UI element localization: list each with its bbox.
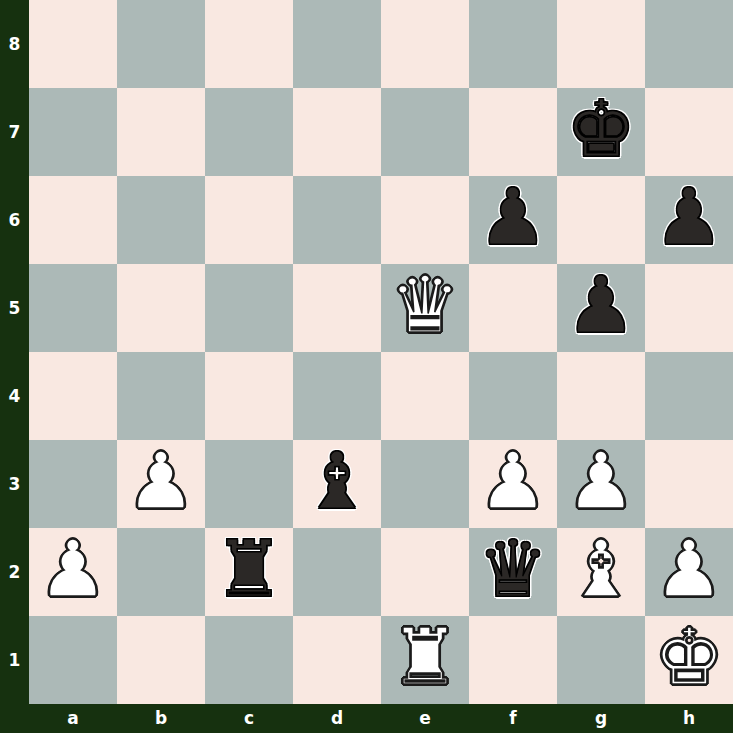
rank-label-2: 2 [0,528,29,616]
square-h5[interactable] [645,264,733,352]
white-pawn[interactable]: ♟ [126,442,196,520]
square-g3[interactable]: ♟ [557,440,645,528]
square-f6[interactable]: ♟ [469,176,557,264]
square-d5[interactable] [293,264,381,352]
black-pawn[interactable]: ♟ [478,178,548,256]
square-f7[interactable] [469,88,557,176]
square-e8[interactable] [381,0,469,88]
square-c1[interactable] [205,616,293,704]
square-e1[interactable]: ♜ [381,616,469,704]
white-pawn[interactable]: ♟ [478,442,548,520]
file-label-c: c [205,704,293,733]
square-b2[interactable] [117,528,205,616]
file-label-e: e [381,704,469,733]
square-a6[interactable] [29,176,117,264]
square-c2[interactable]: ♜ [205,528,293,616]
square-c6[interactable] [205,176,293,264]
square-h6[interactable]: ♟ [645,176,733,264]
square-f1[interactable] [469,616,557,704]
square-e2[interactable] [381,528,469,616]
square-c3[interactable] [205,440,293,528]
square-e4[interactable] [381,352,469,440]
square-a3[interactable] [29,440,117,528]
square-a5[interactable] [29,264,117,352]
square-a4[interactable] [29,352,117,440]
square-e3[interactable] [381,440,469,528]
square-f8[interactable] [469,0,557,88]
chessboard-frame: 87654321 ♚♟♟♛♟♟♝♟♟♟♜♛♝♟♜♚ abcdefgh [0,0,733,733]
black-queen[interactable]: ♛ [478,530,548,608]
square-c4[interactable] [205,352,293,440]
square-c7[interactable] [205,88,293,176]
square-f2[interactable]: ♛ [469,528,557,616]
square-g4[interactable] [557,352,645,440]
square-a2[interactable]: ♟ [29,528,117,616]
square-b1[interactable] [117,616,205,704]
square-b5[interactable] [117,264,205,352]
square-b8[interactable] [117,0,205,88]
rank-label-7: 7 [0,88,29,176]
square-h2[interactable]: ♟ [645,528,733,616]
square-g2[interactable]: ♝ [557,528,645,616]
square-c8[interactable] [205,0,293,88]
rank-label-8: 8 [0,0,29,88]
square-g8[interactable] [557,0,645,88]
square-f3[interactable]: ♟ [469,440,557,528]
black-rook[interactable]: ♜ [214,530,284,608]
rank-label-4: 4 [0,352,29,440]
square-d8[interactable] [293,0,381,88]
file-label-b: b [117,704,205,733]
rank-label-3: 3 [0,440,29,528]
square-g5[interactable]: ♟ [557,264,645,352]
square-g6[interactable] [557,176,645,264]
black-pawn[interactable]: ♟ [566,266,636,344]
square-a7[interactable] [29,88,117,176]
rank-label-1: 1 [0,616,29,704]
square-h4[interactable] [645,352,733,440]
file-label-d: d [293,704,381,733]
square-d3[interactable]: ♝ [293,440,381,528]
square-b3[interactable]: ♟ [117,440,205,528]
square-d2[interactable] [293,528,381,616]
rank-label-5: 5 [0,264,29,352]
white-king[interactable]: ♚ [654,618,724,696]
square-a1[interactable] [29,616,117,704]
white-pawn[interactable]: ♟ [654,530,724,608]
square-d1[interactable] [293,616,381,704]
square-b4[interactable] [117,352,205,440]
square-d6[interactable] [293,176,381,264]
square-h1[interactable]: ♚ [645,616,733,704]
square-a8[interactable] [29,0,117,88]
square-e5[interactable]: ♛ [381,264,469,352]
square-h8[interactable] [645,0,733,88]
file-labels: abcdefgh [29,704,733,733]
white-pawn[interactable]: ♟ [38,530,108,608]
square-h3[interactable] [645,440,733,528]
square-b6[interactable] [117,176,205,264]
white-pawn[interactable]: ♟ [566,442,636,520]
file-label-f: f [469,704,557,733]
square-g1[interactable] [557,616,645,704]
file-label-g: g [557,704,645,733]
white-rook[interactable]: ♜ [390,618,460,696]
white-queen[interactable]: ♛ [390,266,460,344]
square-f5[interactable] [469,264,557,352]
rank-labels: 87654321 [0,0,29,704]
black-king[interactable]: ♚ [566,90,636,168]
rank-label-6: 6 [0,176,29,264]
file-label-a: a [29,704,117,733]
square-h7[interactable] [645,88,733,176]
chessboard[interactable]: ♚♟♟♛♟♟♝♟♟♟♜♛♝♟♜♚ [29,0,733,704]
square-d4[interactable] [293,352,381,440]
square-g7[interactable]: ♚ [557,88,645,176]
square-d7[interactable] [293,88,381,176]
black-pawn[interactable]: ♟ [654,178,724,256]
square-c5[interactable] [205,264,293,352]
square-b7[interactable] [117,88,205,176]
square-f4[interactable] [469,352,557,440]
file-label-h: h [645,704,733,733]
black-bishop[interactable]: ♝ [302,442,372,520]
white-bishop[interactable]: ♝ [566,530,636,608]
square-e7[interactable] [381,88,469,176]
square-e6[interactable] [381,176,469,264]
